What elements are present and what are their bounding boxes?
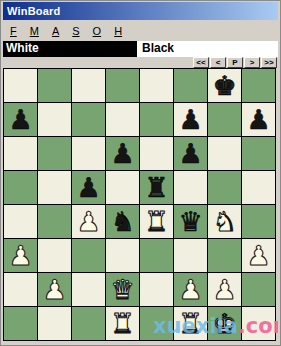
square-d5[interactable] xyxy=(106,171,139,204)
square-g2[interactable]: ♟ xyxy=(208,273,241,306)
winboard-window: WinBoard FMASOH White Black <<<P>>> ♚♟♟♟… xyxy=(0,0,281,346)
square-b2[interactable]: ♟ xyxy=(38,273,71,306)
white-king-g1[interactable]: ♚ xyxy=(212,307,236,340)
white-rook-e4[interactable]: ♜ xyxy=(144,205,168,238)
menu-item-s[interactable]: S xyxy=(72,25,79,37)
square-e8[interactable] xyxy=(140,69,173,102)
square-g1[interactable]: ♚ xyxy=(208,307,241,340)
square-a6[interactable] xyxy=(4,137,37,170)
chess-board: ♚♟♟♟♟♟♟♜♟♞♜♛♞♟♟♟♛♟♟♜♜♚ xyxy=(3,68,276,341)
white-pawn-c4[interactable]: ♟ xyxy=(76,205,100,238)
white-pawn-g2[interactable]: ♟ xyxy=(212,273,236,306)
square-d6[interactable]: ♟ xyxy=(106,137,139,170)
player-bar: White Black xyxy=(3,41,278,57)
square-a8[interactable] xyxy=(4,69,37,102)
square-c3[interactable] xyxy=(72,239,105,272)
square-f4[interactable]: ♛ xyxy=(174,205,207,238)
black-queen-f4[interactable]: ♛ xyxy=(178,205,202,238)
forward-button[interactable]: > xyxy=(244,57,260,68)
rewind-to-start-button[interactable]: << xyxy=(193,57,209,68)
square-b4[interactable] xyxy=(38,205,71,238)
square-d7[interactable] xyxy=(106,103,139,136)
back-button[interactable]: < xyxy=(210,57,226,68)
square-g6[interactable] xyxy=(208,137,241,170)
square-d4[interactable]: ♞ xyxy=(106,205,139,238)
white-queen-d2[interactable]: ♛ xyxy=(110,273,134,306)
black-rook-e5[interactable]: ♜ xyxy=(144,171,168,204)
black-pawn-f7[interactable]: ♟ xyxy=(178,103,202,136)
square-a5[interactable] xyxy=(4,171,37,204)
square-b5[interactable] xyxy=(38,171,71,204)
square-g7[interactable] xyxy=(208,103,241,136)
black-pawn-c5[interactable]: ♟ xyxy=(76,171,100,204)
square-a1[interactable] xyxy=(4,307,37,340)
square-f5[interactable] xyxy=(174,171,207,204)
square-a7[interactable]: ♟ xyxy=(4,103,37,136)
square-h1[interactable] xyxy=(242,307,275,340)
forward-to-end-button[interactable]: >> xyxy=(261,57,277,68)
menu-item-m[interactable]: M xyxy=(30,25,39,37)
white-pawn-f2[interactable]: ♟ xyxy=(178,273,202,306)
black-pawn-a7[interactable]: ♟ xyxy=(8,103,32,136)
square-h4[interactable] xyxy=(242,205,275,238)
square-f6[interactable]: ♟ xyxy=(174,137,207,170)
square-h7[interactable]: ♟ xyxy=(242,103,275,136)
menu-item-o[interactable]: O xyxy=(93,25,102,37)
square-h8[interactable] xyxy=(242,69,275,102)
square-e7[interactable] xyxy=(140,103,173,136)
square-e3[interactable] xyxy=(140,239,173,272)
white-player-label: White xyxy=(3,41,137,57)
menu-item-a[interactable]: A xyxy=(52,25,59,37)
square-f8[interactable] xyxy=(174,69,207,102)
black-knight-d4[interactable]: ♞ xyxy=(110,205,134,238)
white-rook-d1[interactable]: ♜ xyxy=(110,307,134,340)
square-f1[interactable]: ♜ xyxy=(174,307,207,340)
black-pawn-f6[interactable]: ♟ xyxy=(178,137,202,170)
square-e1[interactable] xyxy=(140,307,173,340)
square-d1[interactable]: ♜ xyxy=(106,307,139,340)
square-e6[interactable] xyxy=(140,137,173,170)
square-e5[interactable]: ♜ xyxy=(140,171,173,204)
square-h5[interactable] xyxy=(242,171,275,204)
pause-button[interactable]: P xyxy=(227,57,243,68)
square-c6[interactable] xyxy=(72,137,105,170)
white-pawn-b2[interactable]: ♟ xyxy=(42,273,66,306)
white-pawn-h3[interactable]: ♟ xyxy=(246,239,270,272)
square-b3[interactable] xyxy=(38,239,71,272)
square-c8[interactable] xyxy=(72,69,105,102)
title-bar[interactable]: WinBoard xyxy=(3,2,278,20)
black-king-g8[interactable]: ♚ xyxy=(212,69,236,102)
square-c1[interactable] xyxy=(72,307,105,340)
square-a2[interactable] xyxy=(4,273,37,306)
square-b7[interactable] xyxy=(38,103,71,136)
square-g8[interactable]: ♚ xyxy=(208,69,241,102)
menu-item-f[interactable]: F xyxy=(10,25,17,37)
nav-button-row: <<<P>>> xyxy=(3,57,278,68)
white-pawn-a3[interactable]: ♟ xyxy=(8,239,32,272)
square-f2[interactable]: ♟ xyxy=(174,273,207,306)
square-h2[interactable] xyxy=(242,273,275,306)
menu-item-h[interactable]: H xyxy=(114,25,122,37)
square-c4[interactable]: ♟ xyxy=(72,205,105,238)
square-f7[interactable]: ♟ xyxy=(174,103,207,136)
square-b1[interactable] xyxy=(38,307,71,340)
white-rook-f1[interactable]: ♜ xyxy=(178,307,202,340)
black-pawn-h7[interactable]: ♟ xyxy=(246,103,270,136)
menu-bar: FMASOH xyxy=(3,20,278,41)
square-a4[interactable] xyxy=(4,205,37,238)
square-c7[interactable] xyxy=(72,103,105,136)
square-c5[interactable]: ♟ xyxy=(72,171,105,204)
black-pawn-d6[interactable]: ♟ xyxy=(110,137,134,170)
square-b6[interactable] xyxy=(38,137,71,170)
square-h3[interactable]: ♟ xyxy=(242,239,275,272)
square-d3[interactable] xyxy=(106,239,139,272)
square-g4[interactable]: ♞ xyxy=(208,205,241,238)
square-g3[interactable] xyxy=(208,239,241,272)
white-knight-g4[interactable]: ♞ xyxy=(212,205,236,238)
square-f3[interactable] xyxy=(174,239,207,272)
square-e2[interactable] xyxy=(140,273,173,306)
square-d8[interactable] xyxy=(106,69,139,102)
window-title: WinBoard xyxy=(7,5,60,17)
black-player-label: Black xyxy=(137,41,278,57)
square-b8[interactable] xyxy=(38,69,71,102)
square-a3[interactable]: ♟ xyxy=(4,239,37,272)
square-d2[interactable]: ♛ xyxy=(106,273,139,306)
square-h6[interactable] xyxy=(242,137,275,170)
square-g5[interactable] xyxy=(208,171,241,204)
square-c2[interactable] xyxy=(72,273,105,306)
square-e4[interactable]: ♜ xyxy=(140,205,173,238)
